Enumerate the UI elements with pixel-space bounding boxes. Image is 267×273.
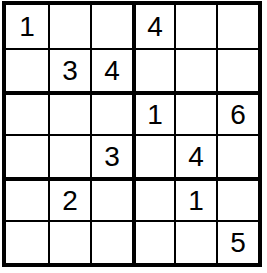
cell-r6c3[interactable]: [90, 220, 132, 263]
cell-r3c5[interactable]: [174, 91, 216, 134]
sudoku-board: 1 4 3 4 1 6 3 4 2 1 5: [2, 1, 262, 267]
cell-r6c4[interactable]: [132, 220, 174, 263]
cell-r2c5[interactable]: [174, 48, 216, 91]
cell-r6c1[interactable]: [6, 220, 48, 263]
page: 1 4 3 4 1 6 3 4 2 1 5: [0, 0, 267, 273]
cell-r3c2[interactable]: [48, 91, 90, 134]
cell-r2c2[interactable]: 3: [48, 48, 90, 91]
cell-r1c1[interactable]: 1: [6, 5, 48, 48]
cell-r4c6[interactable]: [216, 134, 258, 177]
cell-r2c1[interactable]: [6, 48, 48, 91]
cell-r4c1[interactable]: [6, 134, 48, 177]
cell-r3c4[interactable]: 1: [132, 91, 174, 134]
cell-r5c1[interactable]: [6, 177, 48, 220]
cell-r4c3[interactable]: 3: [90, 134, 132, 177]
cell-r4c2[interactable]: [48, 134, 90, 177]
cell-r3c3[interactable]: [90, 91, 132, 134]
cell-r6c5[interactable]: [174, 220, 216, 263]
cell-r5c5[interactable]: 1: [174, 177, 216, 220]
cell-r6c2[interactable]: [48, 220, 90, 263]
cell-r2c3[interactable]: 4: [90, 48, 132, 91]
cell-r4c4[interactable]: [132, 134, 174, 177]
cell-r1c3[interactable]: [90, 5, 132, 48]
cell-r2c4[interactable]: [132, 48, 174, 91]
cell-r1c4[interactable]: 4: [132, 5, 174, 48]
cell-r6c6[interactable]: 5: [216, 220, 258, 263]
cell-r5c4[interactable]: [132, 177, 174, 220]
cell-r5c6[interactable]: [216, 177, 258, 220]
cell-r4c5[interactable]: 4: [174, 134, 216, 177]
cell-r1c6[interactable]: [216, 5, 258, 48]
cell-r3c6[interactable]: 6: [216, 91, 258, 134]
cell-r2c6[interactable]: [216, 48, 258, 91]
cell-r3c1[interactable]: [6, 91, 48, 134]
cell-r1c2[interactable]: [48, 5, 90, 48]
cell-r1c5[interactable]: [174, 5, 216, 48]
cell-r5c2[interactable]: 2: [48, 177, 90, 220]
cell-r5c3[interactable]: [90, 177, 132, 220]
